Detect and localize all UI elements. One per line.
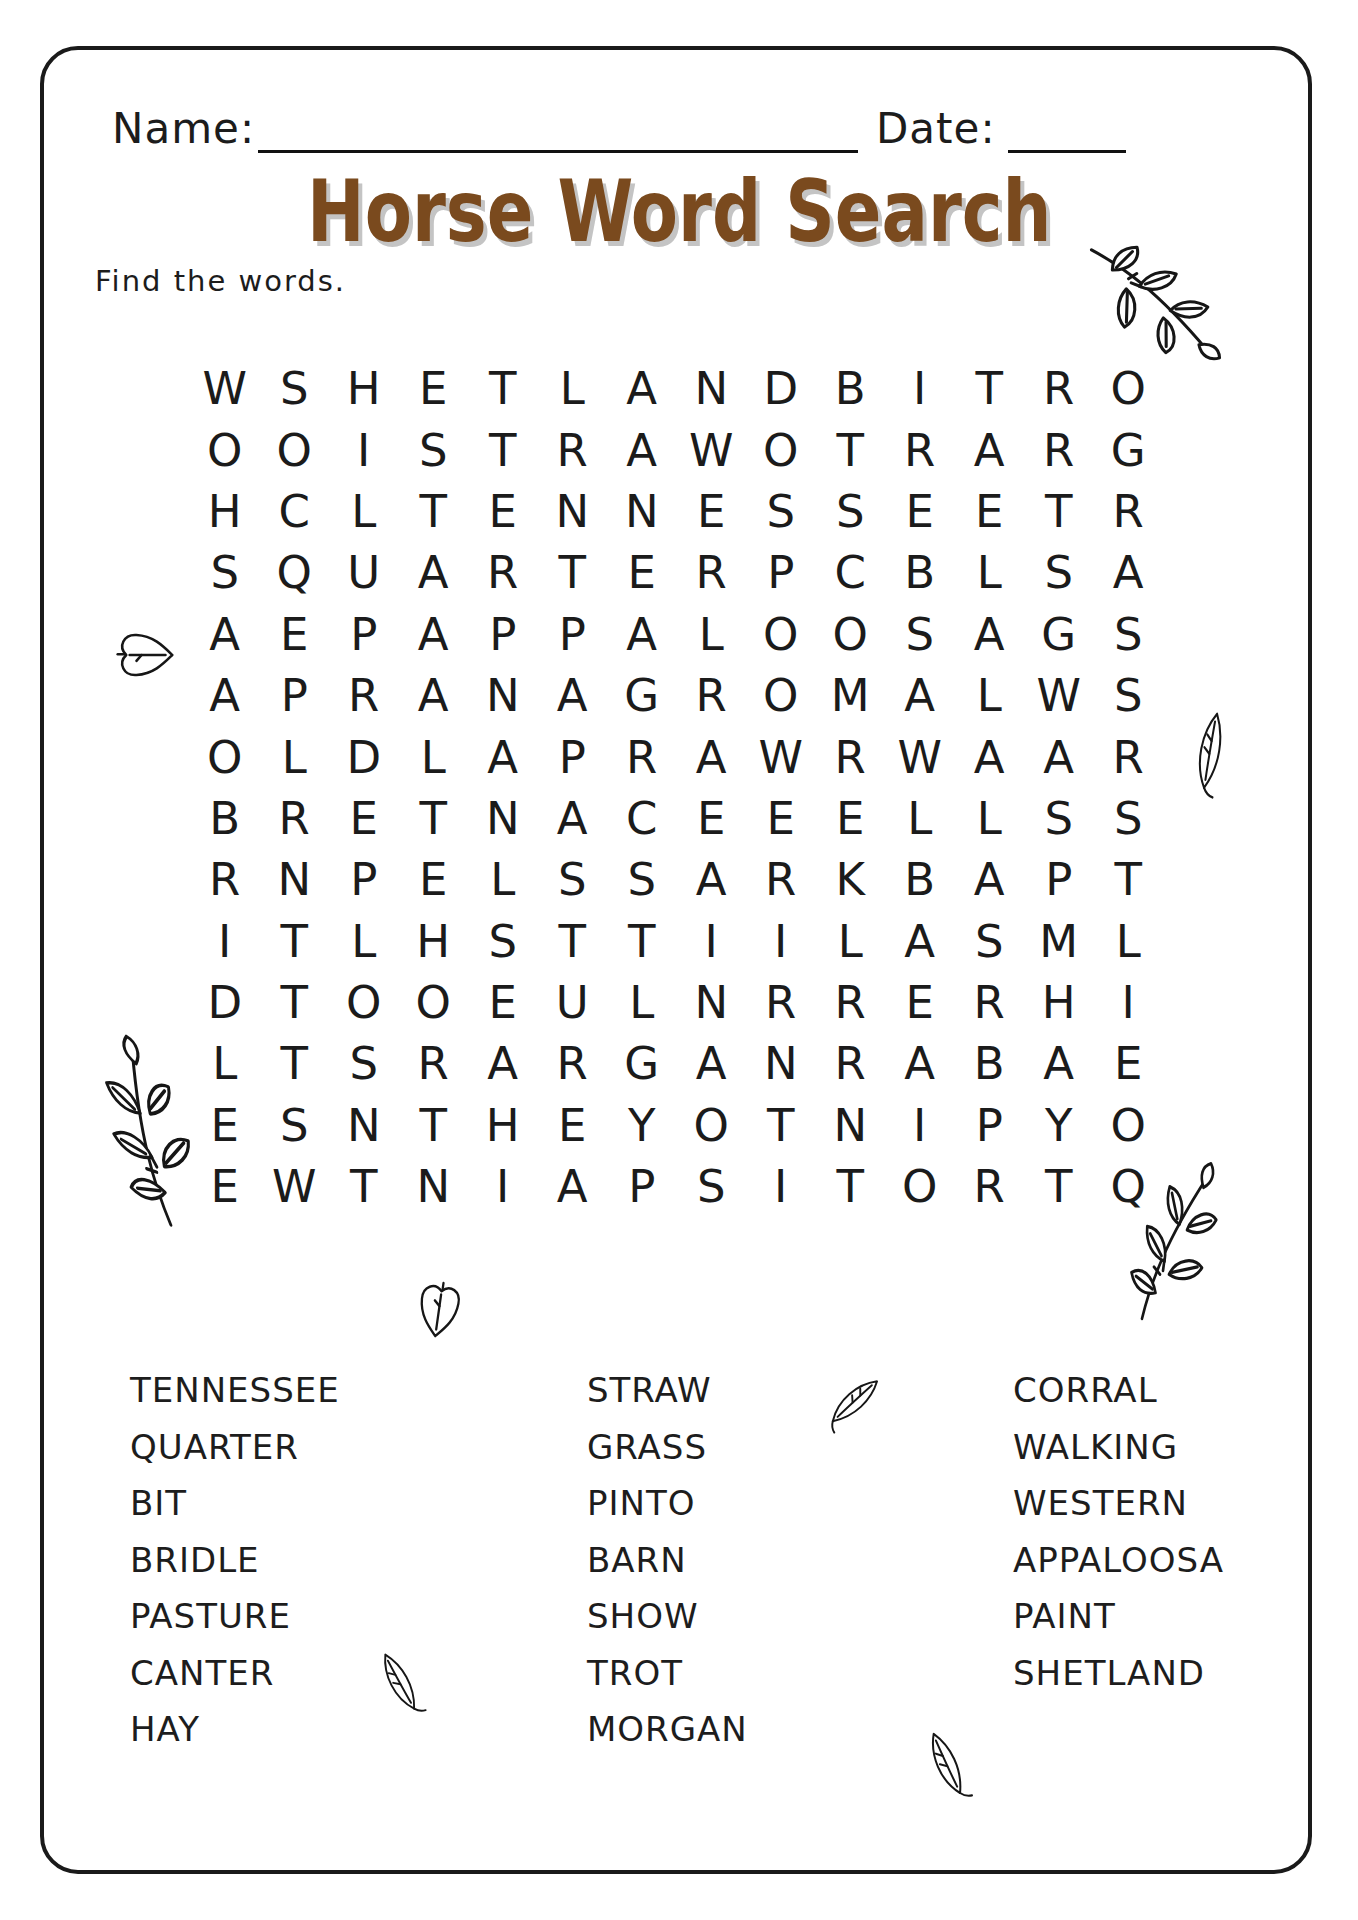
grid-cell[interactable]: T <box>1024 481 1094 542</box>
grid-cell[interactable]: R <box>1094 726 1164 787</box>
grid-cell[interactable]: R <box>816 726 886 787</box>
grid-cell[interactable]: O <box>1094 358 1164 419</box>
letter-grid: WSHETLANDBITROOOISTRAWOTRARGHCLTENNESSEE… <box>190 358 1163 1217</box>
grid-cell[interactable]: T <box>1094 849 1164 910</box>
grid-cell[interactable]: O <box>190 419 260 480</box>
grid-cell[interactable]: T <box>816 419 886 480</box>
grid-cell[interactable]: E <box>816 788 886 849</box>
grid-cell[interactable]: A <box>538 788 608 849</box>
grid-cell[interactable]: N <box>677 972 747 1033</box>
grid-cell[interactable]: R <box>677 542 747 603</box>
grid-cell[interactable]: W <box>260 1156 330 1217</box>
grid-cell[interactable]: B <box>885 542 955 603</box>
grid-cell[interactable]: I <box>190 911 260 972</box>
grid-cell[interactable]: S <box>1094 665 1164 726</box>
grid-cell[interactable]: S <box>816 481 886 542</box>
name-label: Name: <box>112 104 255 153</box>
grid-cell[interactable]: A <box>538 1156 608 1217</box>
heart-leaf-icon <box>116 630 174 680</box>
grid-cell[interactable]: S <box>538 849 608 910</box>
grid-cell[interactable]: R <box>1024 419 1094 480</box>
grid-cell[interactable]: E <box>677 481 747 542</box>
grid-cell[interactable]: S <box>885 604 955 665</box>
grid-cell[interactable]: L <box>399 726 469 787</box>
grid-cell[interactable]: S <box>468 911 538 972</box>
grid-cell[interactable]: A <box>955 726 1025 787</box>
grid-cell[interactable]: R <box>190 849 260 910</box>
heart-leaf-icon <box>412 1278 465 1341</box>
grid-cell[interactable]: I <box>746 911 816 972</box>
grid-cell[interactable]: L <box>955 665 1025 726</box>
grid-cell[interactable]: A <box>399 665 469 726</box>
grid-cell[interactable]: L <box>677 604 747 665</box>
grid-cell[interactable]: O <box>746 604 816 665</box>
grid-cell[interactable]: P <box>538 726 608 787</box>
grid-cell[interactable]: O <box>399 972 469 1033</box>
grid-cell[interactable]: R <box>816 1033 886 1094</box>
grid-cell[interactable]: B <box>955 1033 1025 1094</box>
grid-cell[interactable]: E <box>538 1095 608 1156</box>
grid-cell[interactable]: R <box>399 1033 469 1094</box>
grid-cell[interactable]: A <box>885 911 955 972</box>
word-item: WESTERN <box>1013 1475 1224 1532</box>
grid-cell[interactable]: S <box>1024 542 1094 603</box>
grid-cell[interactable]: C <box>260 481 330 542</box>
word-item: CORRAL <box>1013 1362 1224 1419</box>
word-item: GRASS <box>587 1419 748 1476</box>
grid-cell[interactable]: T <box>399 1095 469 1156</box>
word-item: HAY <box>130 1701 340 1758</box>
word-item: TROT <box>587 1645 748 1702</box>
word-item: SHOW <box>587 1588 748 1645</box>
grid-cell[interactable]: U <box>538 972 608 1033</box>
grid-cell[interactable]: E <box>329 788 399 849</box>
grid-cell[interactable]: S <box>329 1033 399 1094</box>
title-wrap: Horse Word Search <box>0 168 1358 254</box>
page-title: Horse Word Search <box>307 168 1052 254</box>
grid-cell[interactable]: T <box>260 911 330 972</box>
grid-cell[interactable]: R <box>1094 481 1164 542</box>
grid-cell[interactable]: S <box>1094 788 1164 849</box>
grid-cell[interactable]: R <box>746 972 816 1033</box>
grid-cell[interactable]: E <box>677 788 747 849</box>
grid-cell[interactable]: O <box>746 419 816 480</box>
grid-cell[interactable]: C <box>607 788 677 849</box>
grid-cell[interactable]: P <box>329 604 399 665</box>
grid-cell[interactable]: G <box>607 665 677 726</box>
word-item: APPALOOSA <box>1013 1532 1224 1589</box>
grid-cell[interactable]: B <box>190 788 260 849</box>
grid-cell[interactable]: U <box>329 542 399 603</box>
grid-cell[interactable]: R <box>955 972 1025 1033</box>
instructions-text: Find the words. <box>95 264 346 298</box>
grid-cell[interactable]: E <box>885 972 955 1033</box>
grid-cell[interactable]: A <box>399 542 469 603</box>
grid-cell[interactable]: P <box>260 665 330 726</box>
grid-cell[interactable]: T <box>955 358 1025 419</box>
grid-cell[interactable]: A <box>677 726 747 787</box>
grid-cell[interactable]: E <box>399 358 469 419</box>
word-item: BRIDLE <box>130 1532 340 1589</box>
grid-cell[interactable]: E <box>468 481 538 542</box>
grid-cell[interactable]: S <box>260 1095 330 1156</box>
word-item: QUARTER <box>130 1419 340 1476</box>
grid-cell[interactable]: H <box>468 1095 538 1156</box>
word-item: WALKING <box>1013 1419 1224 1476</box>
grid-cell[interactable]: I <box>468 1156 538 1217</box>
grid-cell[interactable]: R <box>816 972 886 1033</box>
grid-cell[interactable]: N <box>677 358 747 419</box>
word-item: MORGAN <box>587 1701 748 1758</box>
grid-cell[interactable]: L <box>468 849 538 910</box>
grid-cell[interactable]: Q <box>260 542 330 603</box>
branch-icon <box>1127 1158 1223 1326</box>
grid-cell[interactable]: H <box>399 911 469 972</box>
grid-cell[interactable]: W <box>1024 665 1094 726</box>
date-label: Date: <box>876 104 996 153</box>
grid-cell[interactable]: I <box>1094 972 1164 1033</box>
grid-cell[interactable]: A <box>677 1033 747 1094</box>
grid-cell[interactable]: A <box>677 849 747 910</box>
grid-cell[interactable]: R <box>955 1156 1025 1217</box>
grid-cell[interactable]: T <box>399 788 469 849</box>
grid-cell[interactable]: D <box>329 726 399 787</box>
grid-cell[interactable]: A <box>538 665 608 726</box>
word-item: BARN <box>587 1532 748 1589</box>
grid-cell[interactable]: N <box>329 1095 399 1156</box>
grid-cell[interactable]: T <box>468 419 538 480</box>
grid-cell[interactable]: E <box>468 972 538 1033</box>
word-column-3: CORRALWALKINGWESTERNAPPALOOSAPAINTSHETLA… <box>1013 1362 1224 1701</box>
grid-cell[interactable]: C <box>816 542 886 603</box>
grid-cell[interactable]: A <box>885 665 955 726</box>
grid-cell[interactable]: N <box>468 665 538 726</box>
worksheet-page: Name: Date: Horse Word Search Find the w… <box>0 0 1358 1920</box>
grid-cell[interactable]: B <box>816 358 886 419</box>
grid-cell[interactable]: S <box>1094 604 1164 665</box>
grid-cell[interactable]: R <box>607 726 677 787</box>
grid-cell[interactable]: D <box>190 972 260 1033</box>
grid-cell[interactable]: R <box>538 419 608 480</box>
grid-cell[interactable]: L <box>955 788 1025 849</box>
grid-cell[interactable]: T <box>329 1156 399 1217</box>
grid-cell[interactable]: P <box>955 1095 1025 1156</box>
grid-cell[interactable]: T <box>468 358 538 419</box>
grid-cell[interactable]: A <box>607 358 677 419</box>
grid-cell[interactable]: B <box>885 849 955 910</box>
grid-cell[interactable]: L <box>329 911 399 972</box>
grid-cell[interactable]: P <box>329 849 399 910</box>
word-item: SHETLAND <box>1013 1645 1224 1702</box>
grid-cell[interactable]: W <box>677 419 747 480</box>
word-item: TENNESSEE <box>130 1362 340 1419</box>
grid-cell[interactable]: A <box>468 1033 538 1094</box>
grid-cell[interactable]: T <box>538 911 608 972</box>
grid-cell[interactable]: P <box>746 542 816 603</box>
grid-cell[interactable]: A <box>399 604 469 665</box>
grid-cell[interactable]: L <box>955 542 1025 603</box>
grid-cell[interactable]: E <box>746 788 816 849</box>
grid-cell[interactable]: N <box>538 481 608 542</box>
grid-cell[interactable]: R <box>260 788 330 849</box>
grid-cell[interactable]: R <box>677 665 747 726</box>
grid-cell[interactable]: S <box>1024 788 1094 849</box>
grid-cell[interactable]: S <box>955 911 1025 972</box>
grid-cell[interactable]: H <box>1024 972 1094 1033</box>
grid-cell[interactable]: R <box>885 419 955 480</box>
grid-cell[interactable]: N <box>468 788 538 849</box>
name-input-line[interactable] <box>258 108 858 153</box>
grid-cell[interactable]: O <box>746 665 816 726</box>
grid-cell[interactable]: R <box>1024 358 1094 419</box>
grid-cell[interactable]: R <box>538 1033 608 1094</box>
grid-cell[interactable]: S <box>607 849 677 910</box>
grid-cell[interactable]: I <box>677 911 747 972</box>
grid-cell[interactable]: S <box>677 1156 747 1217</box>
grid-cell[interactable]: I <box>329 419 399 480</box>
grid-cell[interactable]: N <box>746 1033 816 1094</box>
grid-cell[interactable]: L <box>260 726 330 787</box>
word-item: STRAW <box>587 1362 748 1419</box>
grid-cell[interactable]: E <box>955 481 1025 542</box>
grid-cell[interactable]: A <box>607 419 677 480</box>
word-column-2: STRAWGRASSPINTOBARNSHOWTROTMORGAN <box>587 1362 748 1758</box>
grid-cell[interactable]: A <box>955 849 1025 910</box>
grid-cell[interactable]: L <box>190 1033 260 1094</box>
grid-cell[interactable]: A <box>885 1033 955 1094</box>
grid-cell[interactable]: S <box>399 419 469 480</box>
grid-cell[interactable]: A <box>468 726 538 787</box>
grid-cell[interactable]: S <box>190 542 260 603</box>
grid-cell[interactable]: O <box>260 419 330 480</box>
grid-cell[interactable]: W <box>746 726 816 787</box>
grid-cell[interactable]: G <box>607 1033 677 1094</box>
grid-cell[interactable]: M <box>816 665 886 726</box>
grid-cell[interactable]: A <box>955 419 1025 480</box>
grid-cell[interactable]: G <box>1094 419 1164 480</box>
grid-cell[interactable]: R <box>746 849 816 910</box>
grid-cell[interactable]: A <box>955 604 1025 665</box>
grid-cell[interactable]: T <box>1024 1156 1094 1217</box>
grid-cell[interactable]: L <box>538 358 608 419</box>
grid-cell[interactable]: A <box>1024 726 1094 787</box>
grid-cell[interactable]: I <box>746 1156 816 1217</box>
grid-cell[interactable]: O <box>677 1095 747 1156</box>
grid-cell[interactable]: L <box>607 972 677 1033</box>
grid-cell[interactable]: P <box>468 604 538 665</box>
grid-cell[interactable]: H <box>190 481 260 542</box>
grid-cell[interactable]: E <box>1094 1033 1164 1094</box>
grid-cell[interactable]: N <box>607 481 677 542</box>
grid-cell[interactable]: L <box>329 481 399 542</box>
grid-cell[interactable]: K <box>816 849 886 910</box>
grid-cell[interactable]: S <box>746 481 816 542</box>
word-item: PAINT <box>1013 1588 1224 1645</box>
grid-cell[interactable]: E <box>885 481 955 542</box>
grid-cell[interactable]: N <box>399 1156 469 1217</box>
grid-cell[interactable]: Y <box>1024 1095 1094 1156</box>
grid-cell[interactable]: T <box>538 542 608 603</box>
word-item: BIT <box>130 1475 340 1532</box>
grid-cell[interactable]: O <box>329 972 399 1033</box>
grid-cell[interactable]: T <box>816 1156 886 1217</box>
grid-cell[interactable]: A <box>1094 542 1164 603</box>
grid-cell[interactable]: W <box>190 358 260 419</box>
grid-cell[interactable]: T <box>607 911 677 972</box>
grid-cell[interactable]: O <box>190 726 260 787</box>
word-column-1: TENNESSEEQUARTERBITBRIDLEPASTURECANTERHA… <box>130 1362 340 1758</box>
grid-cell[interactable]: O <box>885 1156 955 1217</box>
grid-cell[interactable]: T <box>746 1095 816 1156</box>
grid-cell[interactable]: A <box>607 604 677 665</box>
grid-cell[interactable]: E <box>399 849 469 910</box>
grid-cell[interactable]: M <box>1024 911 1094 972</box>
grid-cell[interactable]: T <box>399 481 469 542</box>
grid-cell[interactable]: W <box>885 726 955 787</box>
grid-cell[interactable]: L <box>1094 911 1164 972</box>
grid-cell[interactable]: R <box>468 542 538 603</box>
grid-cell[interactable]: D <box>746 358 816 419</box>
grid-cell[interactable]: I <box>885 1095 955 1156</box>
grid-cell[interactable]: E <box>607 542 677 603</box>
grid-cell[interactable]: I <box>885 358 955 419</box>
grid-cell[interactable]: O <box>816 604 886 665</box>
grid-cell[interactable]: T <box>260 972 330 1033</box>
word-item: PINTO <box>587 1475 748 1532</box>
grid-cell[interactable]: A <box>190 604 260 665</box>
date-input-line[interactable] <box>1008 108 1126 153</box>
grid-cell[interactable]: H <box>329 358 399 419</box>
word-item: PASTURE <box>130 1588 340 1645</box>
grid-cell[interactable]: A <box>190 665 260 726</box>
grid-cell[interactable]: P <box>538 604 608 665</box>
grid-cell[interactable]: N <box>260 849 330 910</box>
grid-cell[interactable]: T <box>260 1033 330 1094</box>
grid-cell[interactable]: P <box>607 1156 677 1217</box>
word-item: CANTER <box>130 1645 340 1702</box>
grid-cell[interactable]: L <box>816 911 886 972</box>
grid-cell[interactable]: N <box>816 1095 886 1156</box>
grid-cell[interactable]: Y <box>607 1095 677 1156</box>
grid-cell[interactable]: A <box>1024 1033 1094 1094</box>
grid-cell[interactable]: P <box>1024 849 1094 910</box>
grid-cell[interactable]: S <box>260 358 330 419</box>
grid-cell[interactable]: L <box>885 788 955 849</box>
grid-cell[interactable]: R <box>329 665 399 726</box>
grid-cell[interactable]: E <box>260 604 330 665</box>
grid-cell[interactable]: G <box>1024 604 1094 665</box>
grid-cell[interactable]: O <box>1094 1095 1164 1156</box>
